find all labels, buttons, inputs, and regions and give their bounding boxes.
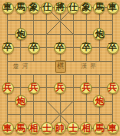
- river-seal: 棋: [55, 60, 66, 73]
- piece-red-elephant[interactable]: 相: [80, 122, 92, 134]
- piece-black-soldier[interactable]: 卒: [107, 42, 119, 54]
- piece-black-soldier[interactable]: 卒: [28, 42, 40, 54]
- piece-red-soldier[interactable]: 兵: [28, 82, 40, 94]
- piece-red-cannon[interactable]: 炮: [93, 95, 105, 107]
- piece-black-general[interactable]: 將: [54, 2, 66, 14]
- piece-red-chariot[interactable]: 車: [107, 122, 119, 134]
- piece-red-horse[interactable]: 馬: [93, 122, 105, 134]
- piece-black-advisor[interactable]: 仕: [41, 2, 53, 14]
- piece-black-horse[interactable]: 馬: [15, 2, 27, 14]
- piece-red-soldier[interactable]: 兵: [54, 82, 66, 94]
- piece-black-elephant[interactable]: 象: [80, 2, 92, 14]
- piece-black-soldier[interactable]: 卒: [54, 42, 66, 54]
- piece-black-chariot[interactable]: 車: [107, 2, 119, 14]
- piece-black-chariot[interactable]: 車: [2, 2, 14, 14]
- xiangqi-board[interactable]: 楚河 漢界 棋 車馬象仕將仕象馬車炮炮卒卒卒卒卒兵兵兵兵兵炮炮車馬相士帥士相馬車: [0, 0, 120, 136]
- piece-red-advisor[interactable]: 士: [67, 122, 79, 134]
- piece-red-cannon[interactable]: 炮: [15, 95, 27, 107]
- piece-red-soldier[interactable]: 兵: [2, 82, 14, 94]
- piece-black-soldier[interactable]: 卒: [2, 42, 14, 54]
- piece-red-soldier[interactable]: 兵: [80, 82, 92, 94]
- piece-black-horse[interactable]: 馬: [93, 2, 105, 14]
- river-right-label: 漢界: [81, 63, 99, 69]
- piece-black-elephant[interactable]: 象: [28, 2, 40, 14]
- piece-black-cannon[interactable]: 炮: [15, 28, 27, 40]
- piece-red-elephant[interactable]: 相: [28, 122, 40, 134]
- piece-black-advisor[interactable]: 仕: [67, 2, 79, 14]
- piece-red-chariot[interactable]: 車: [2, 122, 14, 134]
- piece-red-advisor[interactable]: 士: [41, 122, 53, 134]
- river-left-label: 楚河: [13, 63, 31, 69]
- piece-black-soldier[interactable]: 卒: [80, 42, 92, 54]
- piece-red-soldier[interactable]: 兵: [107, 82, 119, 94]
- piece-black-cannon[interactable]: 炮: [93, 28, 105, 40]
- piece-red-general[interactable]: 帥: [54, 122, 66, 134]
- piece-red-horse[interactable]: 馬: [15, 122, 27, 134]
